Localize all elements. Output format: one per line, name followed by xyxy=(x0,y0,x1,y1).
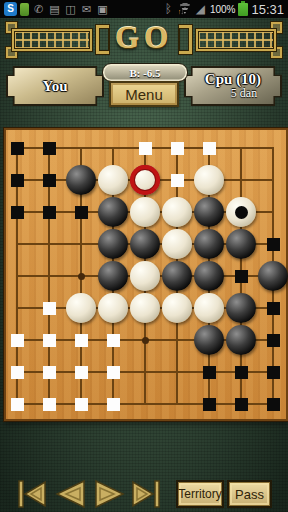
black-stone xyxy=(162,261,192,291)
email-icon: ✉ xyxy=(80,2,93,16)
status-clock: 15:31 xyxy=(251,2,284,17)
black-stone xyxy=(226,293,256,323)
white-stone xyxy=(130,293,160,323)
pass-button[interactable]: Pass xyxy=(227,480,272,508)
white-stone xyxy=(162,197,192,227)
status-right-cluster: ᛒ ◢ 100% 15:31 xyxy=(162,2,284,17)
black-stone xyxy=(194,197,224,227)
white-territory-marker xyxy=(75,366,88,379)
black-territory-marker xyxy=(11,174,24,187)
black-territory-marker xyxy=(43,142,56,155)
white-territory-marker xyxy=(43,398,56,411)
menu-button[interactable]: Menu xyxy=(109,81,179,107)
status-bar: S✆▤◫✉▣ ᛒ ◢ 100% 15:31 xyxy=(0,0,288,18)
black-player-plaque: You xyxy=(6,66,104,106)
status-left-icons: S✆▤◫✉▣ xyxy=(4,2,109,16)
black-stone xyxy=(130,229,160,259)
black-territory-marker xyxy=(267,238,280,251)
territory-button[interactable]: Territory xyxy=(176,480,224,508)
wifi-icon xyxy=(178,2,191,16)
skip-to-start-icon xyxy=(16,479,50,509)
white-stone xyxy=(194,293,224,323)
white-territory-marker xyxy=(75,334,88,347)
white-stone xyxy=(130,261,160,291)
white-stone xyxy=(98,293,128,323)
white-territory-marker xyxy=(43,334,56,347)
white-stone xyxy=(194,165,224,195)
white-territory-marker xyxy=(203,142,216,155)
black-territory-marker xyxy=(267,398,280,411)
white-stone xyxy=(98,165,128,195)
white-territory-marker xyxy=(11,398,24,411)
skip-to-end-icon xyxy=(130,479,164,509)
sim-toolkit-icon: ▤ xyxy=(48,2,61,16)
black-stone xyxy=(258,261,288,291)
black-territory-marker xyxy=(203,366,216,379)
white-stone xyxy=(66,293,96,323)
black-territory-marker xyxy=(235,398,248,411)
black-stone xyxy=(66,165,96,195)
battery-widget-icon xyxy=(20,3,29,16)
signal-icon: ◢ xyxy=(194,2,207,16)
white-player-plaque: Cpu (10) 5 dan xyxy=(184,66,282,106)
white-stone xyxy=(130,197,160,227)
memo-icon: ▣ xyxy=(96,2,109,16)
white-player-rank: 5 dan xyxy=(231,86,257,101)
white-territory-marker xyxy=(107,366,120,379)
black-stone xyxy=(226,325,256,355)
white-territory-marker xyxy=(139,142,152,155)
battery-icon xyxy=(238,3,248,16)
white-territory-marker xyxy=(171,174,184,187)
white-territory-marker xyxy=(11,334,24,347)
black-territory-marker xyxy=(75,206,88,219)
battery-percent: 100% xyxy=(210,4,236,15)
white-territory-marker xyxy=(43,366,56,379)
star-point xyxy=(142,337,149,344)
black-stone xyxy=(98,229,128,259)
bluetooth-icon: ᛒ xyxy=(162,2,175,16)
white-territory-marker xyxy=(107,334,120,347)
step-forward-button[interactable] xyxy=(92,479,126,509)
call-forward-icon: ✆ xyxy=(32,2,45,16)
go-board[interactable] xyxy=(4,128,288,421)
skip-to-start-button[interactable] xyxy=(16,479,50,509)
white-stone xyxy=(162,229,192,259)
black-territory-marker xyxy=(235,366,248,379)
step-back-button[interactable] xyxy=(54,479,88,509)
black-territory-marker xyxy=(11,142,24,155)
black-stone xyxy=(194,325,224,355)
white-stone xyxy=(162,293,192,323)
white-territory-marker xyxy=(43,302,56,315)
black-player-name: You xyxy=(42,78,67,95)
skip-to-end-button[interactable] xyxy=(130,479,164,509)
black-territory-marker xyxy=(43,206,56,219)
gallery-icon: ◫ xyxy=(64,2,77,16)
white-territory-marker xyxy=(75,398,88,411)
black-stone xyxy=(194,261,224,291)
skype-icon: S xyxy=(4,2,17,16)
black-territory-marker xyxy=(267,302,280,315)
black-stone xyxy=(98,261,128,291)
black-stone xyxy=(226,229,256,259)
black-territory-marker xyxy=(267,334,280,347)
step-forward-icon xyxy=(92,479,126,509)
score-estimate-plaque: B: -6.5 xyxy=(102,63,188,82)
white-territory-marker xyxy=(107,398,120,411)
black-territory-marker xyxy=(11,206,24,219)
black-stone xyxy=(98,197,128,227)
black-territory-marker xyxy=(43,174,56,187)
black-territory-marker xyxy=(203,398,216,411)
white-territory-marker xyxy=(11,366,24,379)
white-territory-marker xyxy=(171,142,184,155)
black-territory-marker xyxy=(235,270,248,283)
go-app-screen: S✆▤◫✉▣ ᛒ ◢ 100% 15:31 GO You Cpu (10) 5 … xyxy=(0,0,288,512)
black-territory-marker xyxy=(267,366,280,379)
step-back-icon xyxy=(54,479,88,509)
star-point xyxy=(78,273,85,280)
white-stone-dead xyxy=(226,197,256,227)
app-title: GO xyxy=(0,20,288,56)
white-stone-last-move xyxy=(130,165,160,195)
black-stone xyxy=(194,229,224,259)
